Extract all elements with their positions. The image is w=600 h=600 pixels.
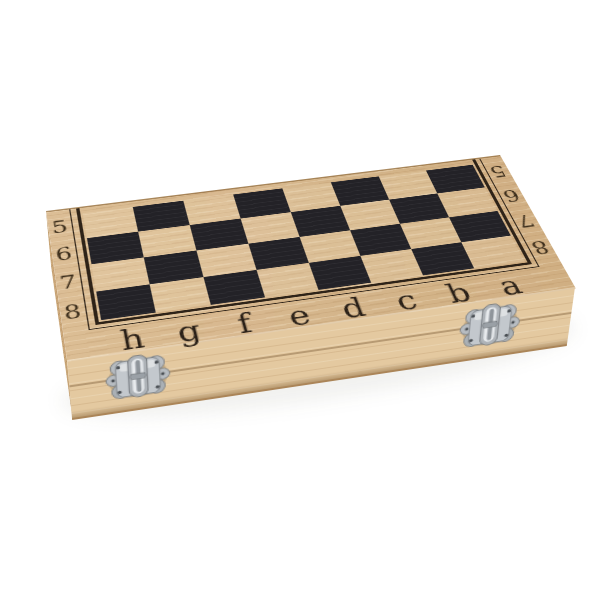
- rank-label-8: 8: [62, 295, 84, 328]
- rank-label-5: 5: [50, 213, 70, 241]
- clasp-latch-icon: [103, 348, 173, 406]
- rank-label-6: 6: [54, 239, 75, 269]
- rank-label-7: 7: [58, 266, 79, 297]
- product-photo-stage: 5678 5678 hgfedcba: [0, 0, 600, 600]
